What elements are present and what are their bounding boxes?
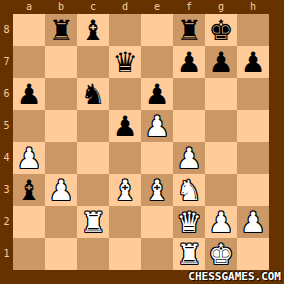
- square-f4[interactable]: ♟: [173, 142, 205, 174]
- square-g2[interactable]: ♟: [205, 206, 237, 238]
- square-a6[interactable]: ♟: [13, 78, 45, 110]
- square-c6[interactable]: ♞: [77, 78, 109, 110]
- rank-label-4: 4: [0, 142, 13, 174]
- square-f8[interactable]: ♜: [173, 14, 205, 46]
- piece-black-pawn: ♟: [240, 47, 265, 78]
- piece-black-rook: ♜: [48, 15, 73, 46]
- piece-black-queen: ♛: [112, 47, 137, 78]
- piece-white-pawn: ♟: [208, 207, 233, 238]
- square-d4[interactable]: [109, 142, 141, 174]
- square-c5[interactable]: [77, 110, 109, 142]
- square-g5[interactable]: [205, 110, 237, 142]
- piece-black-rook: ♜: [176, 15, 201, 46]
- square-a7[interactable]: [13, 46, 45, 78]
- square-h4[interactable]: [237, 142, 269, 174]
- square-f3[interactable]: ♞: [173, 174, 205, 206]
- square-d8[interactable]: [109, 14, 141, 46]
- rank-label-1: 1: [0, 238, 13, 270]
- piece-black-bishop: ♝: [16, 175, 41, 206]
- rank-labels: 87654321: [0, 14, 13, 270]
- square-b8[interactable]: ♜: [45, 14, 77, 46]
- square-b4[interactable]: [45, 142, 77, 174]
- rank-label-7: 7: [0, 46, 13, 78]
- square-h6[interactable]: [237, 78, 269, 110]
- square-a3[interactable]: ♝: [13, 174, 45, 206]
- piece-black-pawn: ♟: [16, 79, 41, 110]
- file-label-f: f: [173, 0, 205, 14]
- square-e1[interactable]: [141, 238, 173, 270]
- square-d7[interactable]: ♛: [109, 46, 141, 78]
- square-a2[interactable]: [13, 206, 45, 238]
- square-d3[interactable]: ♝: [109, 174, 141, 206]
- piece-black-pawn: ♟: [144, 79, 169, 110]
- square-a1[interactable]: [13, 238, 45, 270]
- square-b1[interactable]: [45, 238, 77, 270]
- piece-black-pawn: ♟: [208, 47, 233, 78]
- piece-black-pawn: ♟: [112, 111, 137, 142]
- square-b6[interactable]: [45, 78, 77, 110]
- square-h7[interactable]: ♟: [237, 46, 269, 78]
- piece-white-rook: ♜: [176, 239, 201, 270]
- square-g7[interactable]: ♟: [205, 46, 237, 78]
- file-label-b: b: [45, 0, 77, 14]
- piece-black-bishop: ♝: [80, 15, 105, 46]
- rank-label-2: 2: [0, 206, 13, 238]
- square-e5[interactable]: ♟: [141, 110, 173, 142]
- square-e6[interactable]: ♟: [141, 78, 173, 110]
- square-c1[interactable]: [77, 238, 109, 270]
- square-e2[interactable]: [141, 206, 173, 238]
- chess-board: ♜♝♜♚♛♟♟♟♟♞♟♟♟♟♟♝♟♝♝♞♜♛♟♟♜♚: [13, 14, 269, 270]
- piece-white-bishop: ♝: [144, 175, 169, 206]
- file-label-d: d: [109, 0, 141, 14]
- square-d5[interactable]: ♟: [109, 110, 141, 142]
- rank-label-8: 8: [0, 14, 13, 46]
- file-label-c: c: [77, 0, 109, 14]
- square-h1[interactable]: [237, 238, 269, 270]
- file-labels: abcdefgh: [13, 0, 269, 14]
- piece-black-knight: ♞: [80, 79, 105, 110]
- chess-diagram: abcdefgh 87654321 ♜♝♜♚♛♟♟♟♟♞♟♟♟♟♟♝♟♝♝♞♜♛…: [0, 0, 284, 284]
- square-g1[interactable]: ♚: [205, 238, 237, 270]
- piece-white-pawn: ♟: [176, 143, 201, 174]
- chessgames-watermark: CHESSGAMES.COM: [188, 270, 281, 284]
- square-b2[interactable]: [45, 206, 77, 238]
- square-e3[interactable]: ♝: [141, 174, 173, 206]
- square-c4[interactable]: [77, 142, 109, 174]
- file-label-a: a: [13, 0, 45, 14]
- rank-label-6: 6: [0, 78, 13, 110]
- square-d1[interactable]: [109, 238, 141, 270]
- square-f7[interactable]: ♟: [173, 46, 205, 78]
- piece-white-bishop: ♝: [112, 175, 137, 206]
- square-h3[interactable]: [237, 174, 269, 206]
- square-f1[interactable]: ♜: [173, 238, 205, 270]
- square-h2[interactable]: ♟: [237, 206, 269, 238]
- square-g3[interactable]: [205, 174, 237, 206]
- square-a8[interactable]: [13, 14, 45, 46]
- rank-label-3: 3: [0, 174, 13, 206]
- piece-black-pawn: ♟: [176, 47, 201, 78]
- square-d2[interactable]: [109, 206, 141, 238]
- square-c3[interactable]: [77, 174, 109, 206]
- square-c7[interactable]: [77, 46, 109, 78]
- square-h5[interactable]: [237, 110, 269, 142]
- piece-white-king: ♚: [208, 239, 233, 270]
- square-b7[interactable]: [45, 46, 77, 78]
- piece-white-rook: ♜: [80, 207, 105, 238]
- piece-white-pawn: ♟: [16, 143, 41, 174]
- square-f6[interactable]: [173, 78, 205, 110]
- square-c2[interactable]: ♜: [77, 206, 109, 238]
- piece-white-pawn: ♟: [240, 207, 265, 238]
- square-b5[interactable]: [45, 110, 77, 142]
- square-a5[interactable]: [13, 110, 45, 142]
- square-g8[interactable]: ♚: [205, 14, 237, 46]
- piece-white-knight: ♞: [176, 175, 201, 206]
- file-label-g: g: [205, 0, 237, 14]
- piece-white-pawn: ♟: [48, 175, 73, 206]
- file-label-h: h: [237, 0, 269, 14]
- square-f5[interactable]: [173, 110, 205, 142]
- square-h8[interactable]: [237, 14, 269, 46]
- square-g4[interactable]: [205, 142, 237, 174]
- square-b3[interactable]: ♟: [45, 174, 77, 206]
- piece-white-pawn: ♟: [144, 111, 169, 142]
- piece-white-queen: ♛: [176, 207, 201, 238]
- file-label-e: e: [141, 0, 173, 14]
- square-e8[interactable]: [141, 14, 173, 46]
- square-a4[interactable]: ♟: [13, 142, 45, 174]
- square-g6[interactable]: [205, 78, 237, 110]
- rank-label-5: 5: [0, 110, 13, 142]
- square-e4[interactable]: [141, 142, 173, 174]
- square-e7[interactable]: [141, 46, 173, 78]
- square-c8[interactable]: ♝: [77, 14, 109, 46]
- square-f2[interactable]: ♛: [173, 206, 205, 238]
- square-d6[interactable]: [109, 78, 141, 110]
- piece-black-king: ♚: [208, 15, 233, 46]
